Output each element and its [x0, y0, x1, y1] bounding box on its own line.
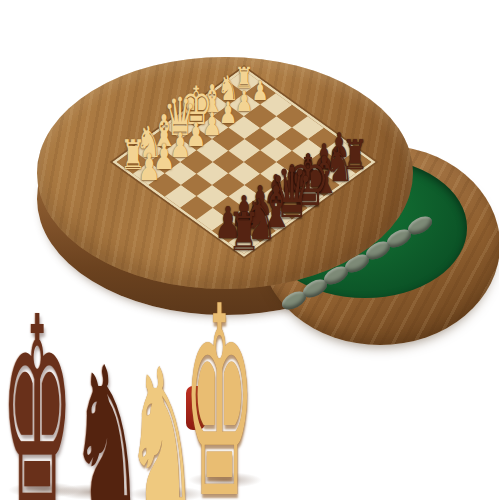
chess-set-photo: ♜♞♝♛♚♝♞♜♟♟♟♟♟♟♟♟♟♟♟♟♟♟♟♟♜♞♝♛♚♝♞♜ ♚ ♞ ♞ ♚ [0, 0, 499, 500]
foreground-black-king: ♚ [1, 283, 73, 500]
foreground-white-king: ♚ [184, 272, 255, 500]
